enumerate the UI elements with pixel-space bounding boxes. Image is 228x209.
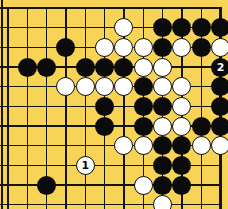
grid-line-v	[7, 7, 8, 209]
stone-black	[134, 117, 153, 136]
stone-black	[211, 117, 228, 136]
stone-white	[172, 77, 191, 96]
stone-black	[153, 176, 172, 195]
stone-white	[172, 117, 191, 136]
stone-black	[76, 58, 95, 77]
grid-line-h	[0, 204, 222, 205]
stone-white	[211, 136, 228, 155]
go-diagram: 21	[0, 0, 228, 209]
stone-white	[134, 58, 153, 77]
stone-black	[95, 117, 114, 136]
crop-frame-left	[1, 0, 3, 209]
stone-white	[76, 77, 95, 96]
stone-black	[211, 97, 228, 116]
board-edge-top	[0, 7, 222, 10]
stone-white	[114, 18, 133, 37]
move-label: 2	[217, 62, 225, 73]
stone-black	[114, 58, 133, 77]
stone-black	[211, 18, 228, 37]
stone-black	[95, 97, 114, 116]
stone-white	[192, 136, 211, 155]
stone-black	[211, 77, 228, 96]
stone-black	[153, 18, 172, 37]
stone-black	[153, 97, 172, 116]
stone-white	[114, 136, 133, 155]
stone-white	[95, 38, 114, 57]
stone-white	[134, 38, 153, 57]
stone-black	[56, 38, 75, 57]
stone-black	[192, 117, 211, 136]
move-label: 1	[81, 160, 89, 171]
stone-black	[37, 58, 56, 77]
stone-black	[153, 156, 172, 175]
stone-black	[18, 58, 37, 77]
stone-white	[134, 136, 153, 155]
stone-black	[192, 18, 211, 37]
stone-white	[114, 77, 133, 96]
go-board: 21	[0, 0, 228, 209]
stone-white	[56, 77, 75, 96]
stone-black	[172, 176, 191, 195]
stone-black	[172, 18, 191, 37]
stone-black	[172, 136, 191, 155]
stone-white	[211, 38, 228, 57]
stone-white	[172, 38, 191, 57]
stone-white	[172, 97, 191, 116]
stone-black	[134, 97, 153, 116]
stone-black	[134, 77, 153, 96]
stone-white	[153, 77, 172, 96]
stone-black	[192, 38, 211, 57]
stone-black	[172, 156, 191, 175]
stone-white	[153, 58, 172, 77]
stone-white	[153, 195, 172, 209]
stone-black	[153, 136, 172, 155]
grid-line-v	[27, 7, 28, 209]
stone-white	[95, 77, 114, 96]
stone-white	[114, 38, 133, 57]
stone-white-move-1: 1	[76, 156, 95, 175]
stone-black	[153, 38, 172, 57]
grid-line-v	[85, 7, 86, 209]
stone-white	[153, 117, 172, 136]
stone-black	[37, 176, 56, 195]
stone-white	[134, 176, 153, 195]
stone-black-move-2: 2	[211, 58, 228, 77]
stone-black	[95, 58, 114, 77]
